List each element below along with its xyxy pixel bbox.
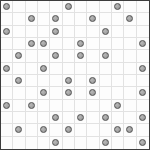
cell-r10c3[interactable] xyxy=(38,124,50,136)
cell-r2c6[interactable] xyxy=(75,26,87,38)
cell-r3c11[interactable] xyxy=(137,38,149,50)
stone-icon xyxy=(40,126,47,133)
cell-r10c4[interactable] xyxy=(50,124,62,136)
stone-icon xyxy=(28,15,35,22)
cell-r2c2[interactable] xyxy=(26,26,38,38)
cell-r4c3[interactable] xyxy=(38,50,50,62)
cell-r8c5[interactable] xyxy=(63,100,75,112)
cell-r0c8[interactable] xyxy=(100,1,112,13)
cell-r1c11[interactable] xyxy=(137,13,149,25)
cell-r3c8[interactable] xyxy=(100,38,112,50)
cell-r2c10[interactable] xyxy=(124,26,136,38)
cell-r10c1[interactable] xyxy=(13,124,25,136)
cell-r9c2[interactable] xyxy=(26,112,38,124)
cell-r9c1[interactable] xyxy=(13,112,25,124)
stone-icon xyxy=(114,102,121,109)
stone-icon xyxy=(40,89,47,96)
cell-r8c0[interactable] xyxy=(1,100,13,112)
cell-r6c8[interactable] xyxy=(100,75,112,87)
cell-r4c11[interactable] xyxy=(137,50,149,62)
cell-r10c8[interactable] xyxy=(100,124,112,136)
cell-r0c2[interactable] xyxy=(26,1,38,13)
cell-r7c8[interactable] xyxy=(100,87,112,99)
cell-r4c4[interactable] xyxy=(50,50,62,62)
stone-icon xyxy=(139,40,146,47)
cell-r6c2[interactable] xyxy=(26,75,38,87)
cell-r2c4[interactable] xyxy=(50,26,62,38)
cell-r6c1[interactable] xyxy=(13,75,25,87)
cell-r5c0[interactable] xyxy=(1,63,13,75)
cell-r8c6[interactable] xyxy=(75,100,87,112)
stone-icon xyxy=(40,65,47,72)
cell-r2c3[interactable] xyxy=(38,26,50,38)
cell-r9c11[interactable] xyxy=(137,112,149,124)
cell-r7c9[interactable] xyxy=(112,87,124,99)
cell-r3c9[interactable] xyxy=(112,38,124,50)
stone-icon xyxy=(139,114,146,121)
cell-r5c11[interactable] xyxy=(137,63,149,75)
cell-r6c0[interactable] xyxy=(1,75,13,87)
cell-r5c4[interactable] xyxy=(50,63,62,75)
cell-r5c1[interactable] xyxy=(13,63,25,75)
cell-r1c6[interactable] xyxy=(75,13,87,25)
stone-icon xyxy=(102,114,109,121)
cell-r4c2[interactable] xyxy=(26,50,38,62)
cell-r9c9[interactable] xyxy=(112,112,124,124)
cell-r8c7[interactable] xyxy=(87,100,99,112)
cell-r10c5[interactable] xyxy=(63,124,75,136)
cell-r3c3[interactable] xyxy=(38,38,50,50)
stone-icon xyxy=(77,40,84,47)
cell-r3c2[interactable] xyxy=(26,38,38,50)
cell-r11c1[interactable] xyxy=(13,137,25,149)
stone-icon xyxy=(65,3,72,10)
stone-icon xyxy=(40,40,47,47)
cell-r4c9[interactable] xyxy=(112,50,124,62)
cell-r6c10[interactable] xyxy=(124,75,136,87)
cell-r11c2[interactable] xyxy=(26,137,38,149)
cell-r5c7[interactable] xyxy=(87,63,99,75)
cell-r6c3[interactable] xyxy=(38,75,50,87)
cell-r6c9[interactable] xyxy=(112,75,124,87)
cell-r7c11[interactable] xyxy=(137,87,149,99)
cell-r3c6[interactable] xyxy=(75,38,87,50)
cell-r8c9[interactable] xyxy=(112,100,124,112)
stone-icon xyxy=(89,89,96,96)
stone-icon xyxy=(126,15,133,22)
cell-r0c11[interactable] xyxy=(137,1,149,13)
cell-r4c1[interactable] xyxy=(13,50,25,62)
stone-icon xyxy=(3,28,10,35)
cell-r11c7[interactable] xyxy=(87,137,99,149)
stone-icon xyxy=(126,126,133,133)
cell-r2c5[interactable] xyxy=(63,26,75,38)
cell-r5c6[interactable] xyxy=(75,63,87,75)
stone-icon xyxy=(52,28,59,35)
cell-r7c6[interactable] xyxy=(75,87,87,99)
cell-r3c10[interactable] xyxy=(124,38,136,50)
stone-icon xyxy=(139,139,146,146)
cell-r1c2[interactable] xyxy=(26,13,38,25)
cell-r5c8[interactable] xyxy=(100,63,112,75)
cell-r6c11[interactable] xyxy=(137,75,149,87)
stone-icon xyxy=(114,126,121,133)
cell-r0c5[interactable] xyxy=(63,1,75,13)
stone-icon xyxy=(3,102,10,109)
cell-r5c2[interactable] xyxy=(26,63,38,75)
cell-r4c7[interactable] xyxy=(87,50,99,62)
cell-r2c9[interactable] xyxy=(112,26,124,38)
cell-r7c1[interactable] xyxy=(13,87,25,99)
stone-icon xyxy=(89,15,96,22)
cell-r3c0[interactable] xyxy=(1,38,13,50)
stone-icon xyxy=(139,65,146,72)
stone-icon xyxy=(65,126,72,133)
cell-r5c5[interactable] xyxy=(63,63,75,75)
stone-icon xyxy=(28,40,35,47)
cell-r1c5[interactable] xyxy=(63,13,75,25)
cell-r1c10[interactable] xyxy=(124,13,136,25)
cell-r2c1[interactable] xyxy=(13,26,25,38)
cell-r7c4[interactable] xyxy=(50,87,62,99)
cell-r11c4[interactable] xyxy=(50,137,62,149)
cell-r7c0[interactable] xyxy=(1,87,13,99)
cell-r10c10[interactable] xyxy=(124,124,136,136)
cell-r7c2[interactable] xyxy=(26,87,38,99)
stone-icon xyxy=(52,139,59,146)
stone-icon xyxy=(3,3,10,10)
cell-r0c1[interactable] xyxy=(13,1,25,13)
cell-r11c10[interactable] xyxy=(124,137,136,149)
cell-r2c0[interactable] xyxy=(1,26,13,38)
cell-r5c9[interactable] xyxy=(112,63,124,75)
cell-r10c7[interactable] xyxy=(87,124,99,136)
stone-icon xyxy=(65,77,72,84)
stone-icon xyxy=(102,139,109,146)
cell-r5c10[interactable] xyxy=(124,63,136,75)
cell-r6c7[interactable] xyxy=(87,75,99,87)
cell-r7c7[interactable] xyxy=(87,87,99,99)
stone-icon xyxy=(139,89,146,96)
cell-r9c8[interactable] xyxy=(100,112,112,124)
cell-r7c10[interactable] xyxy=(124,87,136,99)
cell-r9c10[interactable] xyxy=(124,112,136,124)
cell-r9c3[interactable] xyxy=(38,112,50,124)
stone-icon xyxy=(52,114,59,121)
cell-r7c3[interactable] xyxy=(38,87,50,99)
stone-icon xyxy=(89,77,96,84)
cell-r11c9[interactable] xyxy=(112,137,124,149)
cell-r8c2[interactable] xyxy=(26,100,38,112)
cell-r0c7[interactable] xyxy=(87,1,99,13)
stone-icon xyxy=(52,15,59,22)
cell-r2c8[interactable] xyxy=(100,26,112,38)
cell-r0c9[interactable] xyxy=(112,1,124,13)
cell-r4c5[interactable] xyxy=(63,50,75,62)
cell-r1c8[interactable] xyxy=(100,13,112,25)
cell-r11c5[interactable] xyxy=(63,137,75,149)
stone-icon xyxy=(52,52,59,59)
stone-icon xyxy=(77,114,84,121)
cell-r0c6[interactable] xyxy=(75,1,87,13)
cell-r8c11[interactable] xyxy=(137,100,149,112)
cell-r9c0[interactable] xyxy=(1,112,13,124)
cell-r0c0[interactable] xyxy=(1,1,13,13)
stone-icon xyxy=(15,52,22,59)
cell-r7c5[interactable] xyxy=(63,87,75,99)
cell-r9c5[interactable] xyxy=(63,112,75,124)
cell-r2c7[interactable] xyxy=(87,26,99,38)
cell-r5c3[interactable] xyxy=(38,63,50,75)
cell-r0c3[interactable] xyxy=(38,1,50,13)
cell-r10c2[interactable] xyxy=(26,124,38,136)
stone-icon xyxy=(65,89,72,96)
stone-icon xyxy=(114,3,121,10)
stone-icon xyxy=(3,65,10,72)
cell-r1c1[interactable] xyxy=(13,13,25,25)
cell-r4c8[interactable] xyxy=(100,50,112,62)
cell-r4c0[interactable] xyxy=(1,50,13,62)
cell-r6c5[interactable] xyxy=(63,75,75,87)
cell-r6c6[interactable] xyxy=(75,75,87,87)
cell-r11c11[interactable] xyxy=(137,137,149,149)
cell-r9c7[interactable] xyxy=(87,112,99,124)
cell-r6c4[interactable] xyxy=(50,75,62,87)
cell-r8c1[interactable] xyxy=(13,100,25,112)
puzzle-board xyxy=(0,0,150,150)
cell-r2c11[interactable] xyxy=(137,26,149,38)
cell-r1c3[interactable] xyxy=(38,13,50,25)
stone-icon xyxy=(15,77,22,84)
cell-r1c9[interactable] xyxy=(112,13,124,25)
cell-r1c7[interactable] xyxy=(87,13,99,25)
cell-r3c4[interactable] xyxy=(50,38,62,50)
cell-r3c1[interactable] xyxy=(13,38,25,50)
stone-icon xyxy=(102,28,109,35)
cell-r9c6[interactable] xyxy=(75,112,87,124)
cell-r8c4[interactable] xyxy=(50,100,62,112)
stone-icon xyxy=(15,126,22,133)
cell-r1c0[interactable] xyxy=(1,13,13,25)
cell-r10c0[interactable] xyxy=(1,124,13,136)
cell-r0c4[interactable] xyxy=(50,1,62,13)
cell-r8c10[interactable] xyxy=(124,100,136,112)
cell-r11c0[interactable] xyxy=(1,137,13,149)
stone-icon xyxy=(102,52,109,59)
cell-r9c4[interactable] xyxy=(50,112,62,124)
cell-r0c10[interactable] xyxy=(124,1,136,13)
stone-icon xyxy=(77,52,84,59)
cell-r3c5[interactable] xyxy=(63,38,75,50)
cell-r4c6[interactable] xyxy=(75,50,87,62)
cell-r4c10[interactable] xyxy=(124,50,136,62)
cell-r10c6[interactable] xyxy=(75,124,87,136)
cell-r1c4[interactable] xyxy=(50,13,62,25)
cell-r10c9[interactable] xyxy=(112,124,124,136)
cell-r10c11[interactable] xyxy=(137,124,149,136)
cell-r3c7[interactable] xyxy=(87,38,99,50)
cell-r8c8[interactable] xyxy=(100,100,112,112)
cell-r11c6[interactable] xyxy=(75,137,87,149)
stone-icon xyxy=(28,102,35,109)
cell-r11c3[interactable] xyxy=(38,137,50,149)
cell-r11c8[interactable] xyxy=(100,137,112,149)
cell-r8c3[interactable] xyxy=(38,100,50,112)
